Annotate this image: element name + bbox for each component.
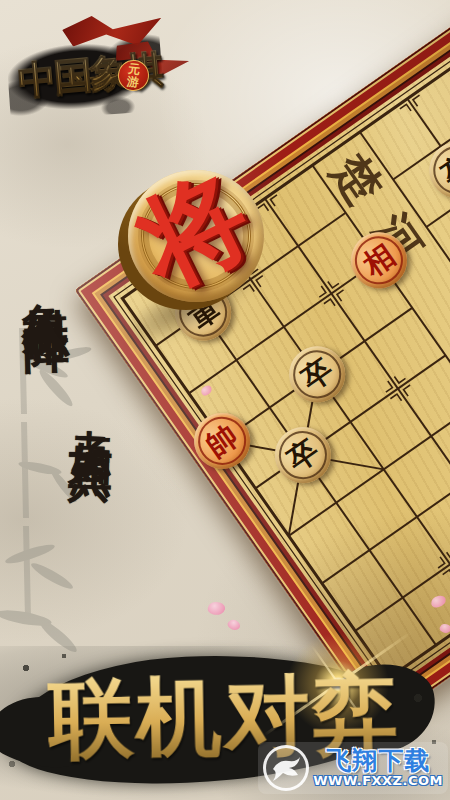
watermark-site-url: WWW.FXXZ.COM (313, 774, 443, 788)
hero-piece-face: 将 (128, 170, 264, 302)
bamboo-ink-painting (0, 318, 140, 678)
publisher-seal-text: 元游 (125, 62, 143, 89)
tagline-left-column: 象棋似布阵 (14, 265, 77, 297)
promo-screenshot: 象棋似布阵 点子如点兵 (0, 0, 450, 800)
hero-piece-gold-general: 将 (128, 170, 264, 302)
game-logo: 中国象棋 元游 (6, 10, 216, 122)
site-watermark: 飞翔下载 WWW.FXXZ.COM (258, 742, 448, 794)
tagline-right-column: 点子如点兵 (63, 393, 123, 430)
hero-piece-character: 将 (123, 159, 265, 301)
watermark-site-name: 飞翔下载 (326, 748, 430, 774)
bird-logo-icon (263, 745, 309, 791)
